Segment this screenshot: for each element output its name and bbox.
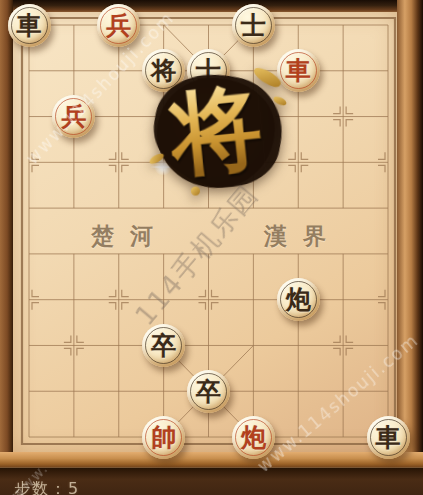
frame-top bbox=[0, 0, 423, 12]
piece-red-3-1[interactable]: 兵 bbox=[97, 4, 140, 47]
piece-glyph: 炮 bbox=[277, 278, 320, 321]
piece-glyph: 帥 bbox=[142, 416, 185, 459]
piece-red-4-10[interactable]: 帥 bbox=[142, 416, 185, 459]
piece-glyph: 卒 bbox=[142, 324, 185, 367]
piece-black-5-9[interactable]: 卒 bbox=[187, 370, 230, 413]
piece-glyph: 士 bbox=[232, 4, 275, 47]
piece-glyph: 兵 bbox=[52, 95, 95, 138]
check-character: 将 bbox=[165, 80, 266, 181]
piece-black-9-10[interactable]: 車 bbox=[367, 416, 410, 459]
piece-glyph: 車 bbox=[277, 49, 320, 92]
piece-red-2-3[interactable]: 兵 bbox=[52, 95, 95, 138]
piece-black-6-1[interactable]: 士 bbox=[232, 4, 275, 47]
xiangqi-app: 楚河 漢界 車兵士将士車兵馬炮卒卒帥炮車 将 步数：5 www.114shouj… bbox=[0, 0, 423, 495]
river-label-chu: 楚河 bbox=[91, 221, 169, 252]
piece-glyph: 車 bbox=[8, 4, 51, 47]
piece-glyph: 卒 bbox=[187, 370, 230, 413]
piece-glyph: 炮 bbox=[232, 416, 275, 459]
piece-glyph: 兵 bbox=[97, 4, 140, 47]
piece-red-7-2[interactable]: 車 bbox=[277, 49, 320, 92]
frame-left bbox=[0, 0, 13, 495]
piece-red-6-10[interactable]: 炮 bbox=[232, 416, 275, 459]
piece-black-7-7[interactable]: 炮 bbox=[277, 278, 320, 321]
piece-glyph: 車 bbox=[367, 416, 410, 459]
board-front-edge bbox=[0, 452, 423, 468]
step-counter: 步数：5 bbox=[14, 479, 80, 495]
piece-black-4-8[interactable]: 卒 bbox=[142, 324, 185, 367]
piece-black-1-1[interactable]: 車 bbox=[8, 4, 51, 47]
bottom-bar: 步数：5 bbox=[0, 467, 423, 495]
river-label-han: 漢界 bbox=[264, 221, 342, 252]
